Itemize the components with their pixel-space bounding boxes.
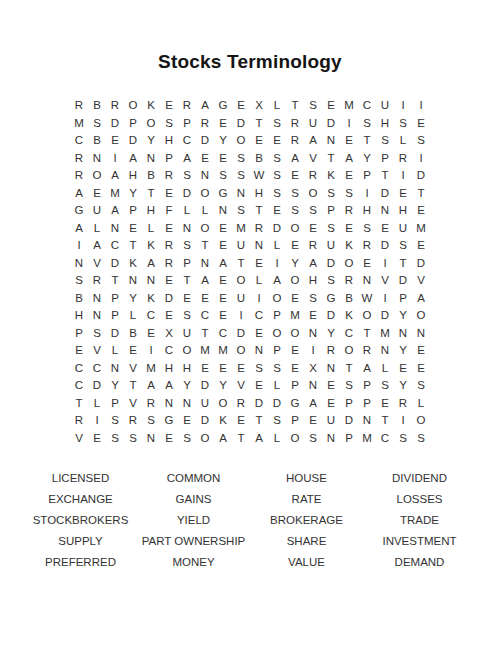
grid-cell: S [394, 237, 412, 255]
grid-cell: N [70, 255, 88, 273]
grid-cell: S [340, 185, 358, 203]
grid-cell: V [412, 272, 430, 290]
grid-cell: E [412, 342, 430, 360]
grid-cell: G [70, 202, 88, 220]
grid-cell: X [250, 97, 268, 115]
grid-cell: I [340, 115, 358, 133]
grid-cell: S [232, 150, 250, 168]
grid-cell: S [88, 115, 106, 133]
grid-cell: P [124, 202, 142, 220]
grid-cell: G [322, 290, 340, 308]
grid-cell: I [268, 255, 286, 273]
grid-cell: E [322, 97, 340, 115]
grid-cell: R [340, 202, 358, 220]
grid-cell: E [304, 220, 322, 238]
grid-cell: R [160, 237, 178, 255]
grid-cell: C [142, 307, 160, 325]
grid-cell: I [250, 290, 268, 308]
grid-cell: D [106, 325, 124, 343]
grid-cell: O [232, 342, 250, 360]
grid-cell: N [178, 220, 196, 238]
grid-cell: E [286, 167, 304, 185]
grid-cell: D [340, 412, 358, 430]
grid-cell: U [232, 290, 250, 308]
grid-cell: E [124, 220, 142, 238]
grid-cell: G [214, 185, 232, 203]
grid-cell: P [358, 167, 376, 185]
grid-cell: L [250, 272, 268, 290]
grid-cell: E [358, 255, 376, 273]
grid-cell: S [160, 115, 178, 133]
grid-cell: T [340, 360, 358, 378]
grid-cell: I [376, 255, 394, 273]
grid-cell: Y [322, 325, 340, 343]
grid-cell: L [106, 342, 124, 360]
grid-cell: A [340, 150, 358, 168]
grid-cell: D [196, 412, 214, 430]
grid-cell: S [268, 167, 286, 185]
word-list-item: COMMON [137, 472, 250, 484]
grid-cell: C [70, 377, 88, 395]
grid-cell: I [142, 342, 160, 360]
grid-cell: N [322, 430, 340, 448]
grid-cell: S [322, 185, 340, 203]
grid-cell: T [250, 115, 268, 133]
grid-cell: E [250, 325, 268, 343]
grid-cell: E [340, 167, 358, 185]
word-list-item: DIVIDEND [363, 472, 476, 484]
grid-cell: O [340, 255, 358, 273]
grid-cell: T [376, 412, 394, 430]
grid-cell: L [268, 237, 286, 255]
grid-cell: O [268, 290, 286, 308]
grid-cell: A [142, 255, 160, 273]
grid-cell: U [376, 97, 394, 115]
grid-cell: A [214, 430, 232, 448]
grid-cell: V [70, 430, 88, 448]
grid-cell: I [412, 150, 430, 168]
grid-cell: P [106, 395, 124, 413]
grid-cell: Y [214, 132, 232, 150]
grid-cell: T [394, 255, 412, 273]
word-list-item: BROKERAGE [250, 514, 363, 526]
grid-cell: U [394, 220, 412, 238]
grid-cell: P [376, 150, 394, 168]
grid-cell: N [358, 412, 376, 430]
word-list-item: INVESTMENT [363, 535, 476, 547]
grid-cell: Y [214, 377, 232, 395]
grid-cell: B [124, 325, 142, 343]
grid-cell: H [70, 307, 88, 325]
grid-cell: A [196, 97, 214, 115]
grid-cell: E [160, 272, 178, 290]
grid-cell: D [322, 307, 340, 325]
grid-cell: P [178, 255, 196, 273]
grid-cell: U [322, 412, 340, 430]
grid-cell: C [106, 237, 124, 255]
grid-cell: N [88, 307, 106, 325]
grid-cell: K [142, 237, 160, 255]
grid-cell: I [394, 412, 412, 430]
grid-cell: R [232, 395, 250, 413]
grid-cell: K [322, 167, 340, 185]
grid-cell: E [232, 360, 250, 378]
grid-cell: E [250, 132, 268, 150]
grid-cell: A [106, 167, 124, 185]
grid-cell: S [304, 97, 322, 115]
grid-cell: L [88, 395, 106, 413]
grid-cell: A [286, 150, 304, 168]
grid-cell: E [232, 97, 250, 115]
grid-cell: V [88, 342, 106, 360]
grid-cell: C [214, 325, 232, 343]
grid-cell: P [268, 342, 286, 360]
grid-cell: A [358, 360, 376, 378]
grid-cell: R [70, 150, 88, 168]
grid-cell: N [88, 150, 106, 168]
grid-cell: T [196, 325, 214, 343]
grid-cell: E [304, 412, 322, 430]
grid-cell: Y [124, 290, 142, 308]
grid-cell: R [178, 97, 196, 115]
grid-cell: T [196, 237, 214, 255]
grid-cell: L [268, 377, 286, 395]
grid-cell: K [340, 237, 358, 255]
grid-cell: M [232, 220, 250, 238]
grid-cell: O [412, 412, 430, 430]
grid-cell: S [322, 272, 340, 290]
grid-cell: N [196, 255, 214, 273]
grid-cell: P [286, 377, 304, 395]
grid-cell: M [106, 185, 124, 203]
grid-cell: E [214, 290, 232, 308]
grid-cell: M [142, 360, 160, 378]
grid-cell: E [142, 325, 160, 343]
grid-cell: E [286, 342, 304, 360]
grid-cell: S [394, 430, 412, 448]
grid-cell: X [304, 360, 322, 378]
grid-cell: A [304, 255, 322, 273]
grid-cell: P [358, 377, 376, 395]
grid-cell: U [304, 115, 322, 133]
grid-cell: E [340, 132, 358, 150]
word-list-item: VALUE [250, 556, 363, 568]
grid-cell: R [160, 255, 178, 273]
grid-cell: I [304, 342, 322, 360]
grid-cell: P [322, 202, 340, 220]
grid-cell: N [106, 220, 124, 238]
grid-cell: E [232, 412, 250, 430]
grid-cell: R [394, 395, 412, 413]
grid-cell: A [160, 377, 178, 395]
word-list-item: MONEY [137, 556, 250, 568]
grid-cell: H [394, 202, 412, 220]
grid-cell: H [124, 167, 142, 185]
grid-cell: E [160, 185, 178, 203]
grid-cell: H [142, 202, 160, 220]
grid-cell: R [142, 395, 160, 413]
grid-cell: G [286, 395, 304, 413]
grid-cell: O [358, 307, 376, 325]
grid-cell: E [214, 360, 232, 378]
grid-cell: D [196, 377, 214, 395]
grid-cell: T [124, 377, 142, 395]
grid-cell: R [70, 167, 88, 185]
grid-cell: T [412, 185, 430, 203]
grid-cell: V [124, 360, 142, 378]
grid-cell: T [106, 272, 124, 290]
grid-cell: R [304, 237, 322, 255]
grid-cell: U [322, 237, 340, 255]
grid-cell: N [178, 395, 196, 413]
word-search-grid: RBROKERAGEXLTSEMCUIIMSDPOSPREDTSRUDISHSE… [0, 97, 500, 447]
grid-cell: Y [286, 255, 304, 273]
grid-cell: T [286, 97, 304, 115]
grid-cell: R [340, 272, 358, 290]
grid-cell: A [412, 290, 430, 308]
grid-cell: N [394, 325, 412, 343]
grid-cell: B [88, 132, 106, 150]
word-list-item: HOUSE [250, 472, 363, 484]
grid-cell: A [70, 185, 88, 203]
grid-cell: O [412, 307, 430, 325]
grid-cell: C [88, 360, 106, 378]
grid-cell: Y [124, 185, 142, 203]
grid-cell: T [70, 395, 88, 413]
grid-cell: S [304, 290, 322, 308]
grid-cell: O [142, 115, 160, 133]
grid-cell: D [412, 255, 430, 273]
grid-cell: A [142, 377, 160, 395]
grid-cell: E [196, 360, 214, 378]
grid-cell: P [340, 395, 358, 413]
grid-cell: L [268, 430, 286, 448]
grid-cell: L [412, 395, 430, 413]
grid-cell: K [142, 290, 160, 308]
grid-cell: E [178, 290, 196, 308]
grid-cell: S [286, 185, 304, 203]
grid-cell: P [70, 325, 88, 343]
grid-cell: E [214, 115, 232, 133]
grid-cell: S [304, 202, 322, 220]
grid-cell: H [376, 115, 394, 133]
grid-cell: L [196, 202, 214, 220]
grid-cell: E [286, 237, 304, 255]
grid-cell: N [142, 430, 160, 448]
worksheet-page: Stocks Terminology RBROKERAGEXLTSEMCUIIM… [0, 0, 500, 647]
grid-cell: L [88, 220, 106, 238]
grid-cell: U [232, 237, 250, 255]
grid-cell: S [268, 412, 286, 430]
grid-cell: S [376, 377, 394, 395]
grid-cell: M [376, 325, 394, 343]
grid-cell: W [358, 290, 376, 308]
grid-cell: O [286, 220, 304, 238]
grid-cell: E [214, 220, 232, 238]
grid-cell: O [232, 272, 250, 290]
grid-cell: A [196, 272, 214, 290]
grid-cell: S [178, 307, 196, 325]
grid-cell: S [88, 325, 106, 343]
grid-cell: D [394, 272, 412, 290]
grid-cell: S [106, 430, 124, 448]
grid-cell: N [412, 325, 430, 343]
grid-cell: C [70, 360, 88, 378]
grid-cell: K [340, 307, 358, 325]
grid-cell: E [106, 132, 124, 150]
grid-cell: I [70, 237, 88, 255]
grid-cell: L [268, 97, 286, 115]
grid-cell: R [124, 412, 142, 430]
grid-cell: I [412, 97, 430, 115]
grid-cell: S [142, 412, 160, 430]
word-list-item: EXCHANGE [24, 493, 137, 505]
grid-cell: N [88, 290, 106, 308]
grid-cell: N [304, 377, 322, 395]
grid-cell: D [232, 325, 250, 343]
grid-cell: S [232, 202, 250, 220]
grid-cell: P [106, 307, 124, 325]
grid-cell: L [124, 307, 142, 325]
grid-cell: A [124, 150, 142, 168]
grid-cell: T [358, 325, 376, 343]
grid-cell: I [394, 97, 412, 115]
grid-cell: S [178, 237, 196, 255]
grid-cell: V [304, 150, 322, 168]
grid-cell: Y [142, 132, 160, 150]
grid-cell: X [160, 325, 178, 343]
word-list-item: LOSSES [363, 493, 476, 505]
grid-cell: V [88, 255, 106, 273]
grid-cell: E [394, 185, 412, 203]
grid-cell: O [88, 167, 106, 185]
grid-cell: C [178, 132, 196, 150]
grid-cell: K [124, 255, 142, 273]
grid-cell: T [376, 167, 394, 185]
grid-cell: O [340, 342, 358, 360]
grid-cell: N [214, 202, 232, 220]
grid-cell: I [376, 290, 394, 308]
grid-cell: M [340, 97, 358, 115]
grid-cell: S [250, 360, 268, 378]
grid-cell: S [214, 167, 232, 185]
grid-cell: E [178, 412, 196, 430]
grid-cell: P [160, 150, 178, 168]
grid-cell: A [214, 255, 232, 273]
grid-cell: T [250, 202, 268, 220]
grid-cell: N [142, 150, 160, 168]
grid-cell: N [322, 132, 340, 150]
grid-cell: O [214, 395, 232, 413]
grid-cell: P [268, 307, 286, 325]
grid-cell: H [178, 360, 196, 378]
grid-cell: V [232, 377, 250, 395]
grid-cell: O [124, 97, 142, 115]
grid-cell: R [196, 115, 214, 133]
grid-cell: L [376, 360, 394, 378]
grid-cell: B [88, 97, 106, 115]
grid-cell: E [160, 307, 178, 325]
grid-cell: R [250, 220, 268, 238]
grid-cell: D [250, 395, 268, 413]
grid-cell: R [358, 342, 376, 360]
grid-cell: O [304, 185, 322, 203]
grid-cell: R [70, 97, 88, 115]
grid-cell: R [322, 342, 340, 360]
grid-cell: E [88, 185, 106, 203]
grid-cell: F [160, 202, 178, 220]
grid-cell: S [340, 377, 358, 395]
grid-cell: D [322, 115, 340, 133]
grid-cell: M [214, 342, 232, 360]
grid-cell: N [358, 272, 376, 290]
word-list-item: DEMAND [363, 556, 476, 568]
grid-cell: Y [394, 307, 412, 325]
grid-cell: P [358, 395, 376, 413]
grid-cell: P [178, 115, 196, 133]
word-list-item: PREFERRED [24, 556, 137, 568]
grid-cell: V [124, 395, 142, 413]
grid-cell: O [196, 430, 214, 448]
grid-cell: D [376, 237, 394, 255]
grid-cell: S [106, 412, 124, 430]
grid-cell: S [304, 430, 322, 448]
word-list-item: PART OWNERSHIP [137, 535, 250, 547]
grid-cell: T [232, 255, 250, 273]
grid-cell: R [286, 132, 304, 150]
grid-cell: E [160, 97, 178, 115]
grid-cell: R [304, 167, 322, 185]
grid-cell: S [394, 115, 412, 133]
grid-cell: R [106, 97, 124, 115]
grid-cell: S [268, 185, 286, 203]
grid-cell: H [160, 132, 178, 150]
grid-cell: U [178, 325, 196, 343]
grid-cell: M [412, 220, 430, 238]
grid-cell: B [340, 290, 358, 308]
grid-cell: C [250, 307, 268, 325]
grid-cell: E [394, 360, 412, 378]
grid-cell: N [232, 185, 250, 203]
grid-cell: M [70, 115, 88, 133]
grid-cell: M [358, 430, 376, 448]
grid-cell: C [160, 342, 178, 360]
grid-cell: T [250, 412, 268, 430]
grid-cell: N [376, 202, 394, 220]
grid-cell: H [358, 202, 376, 220]
grid-cell: E [268, 202, 286, 220]
grid-cell: U [88, 202, 106, 220]
grid-cell: S [178, 167, 196, 185]
grid-cell: N [196, 167, 214, 185]
grid-cell: N [250, 342, 268, 360]
grid-cell: R [358, 237, 376, 255]
grid-cell: C [340, 325, 358, 343]
grid-cell: S [286, 202, 304, 220]
grid-cell: B [250, 150, 268, 168]
grid-cell: M [196, 342, 214, 360]
grid-cell: C [376, 430, 394, 448]
grid-cell: E [250, 255, 268, 273]
grid-cell: M [286, 307, 304, 325]
grid-cell: O [286, 272, 304, 290]
grid-cell: S [358, 115, 376, 133]
grid-cell: E [214, 272, 232, 290]
grid-cell: T [124, 237, 142, 255]
grid-cell: S [268, 150, 286, 168]
grid-cell: P [286, 412, 304, 430]
grid-cell: A [304, 395, 322, 413]
